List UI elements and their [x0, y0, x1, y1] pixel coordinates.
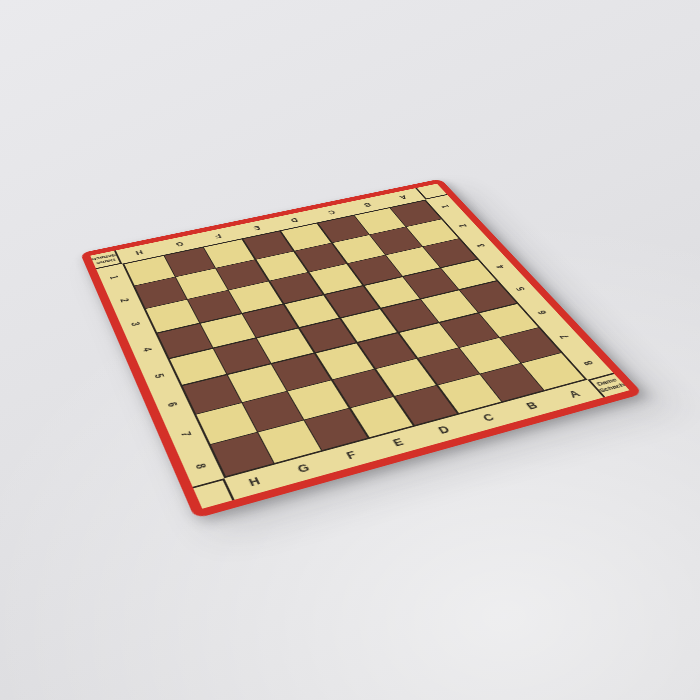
- rank-label-left-3: 3: [110, 311, 161, 336]
- board-3d-wrapper: Dame Schach Dame Schach HGFEDCBA HGFEDCB…: [80, 179, 643, 519]
- rank-label-left-1: 1: [90, 266, 138, 289]
- board-border-mat: Dame Schach Dame Schach HGFEDCBA HGFEDCB…: [90, 184, 629, 509]
- rank-label-left-7: 7: [158, 418, 215, 450]
- rank-label-left-5: 5: [133, 362, 187, 390]
- rank-label-left-6: 6: [145, 389, 201, 419]
- dame-schach-board: Dame Schach Dame Schach HGFEDCBA HGFEDCB…: [80, 179, 643, 519]
- photo-background: Dame Schach Dame Schach HGFEDCBA HGFEDCB…: [0, 0, 700, 700]
- rank-label-left-2: 2: [100, 288, 149, 312]
- rank-label-left-8: 8: [171, 449, 230, 483]
- rank-label-left-4: 4: [121, 336, 173, 363]
